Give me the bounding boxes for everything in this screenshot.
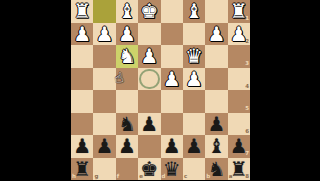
square-d4[interactable]: ♟: [161, 68, 183, 91]
video-frame: { "game": "chess", "position": "rn1qk2r/…: [0, 0, 320, 180]
square-e4[interactable]: [138, 68, 160, 91]
piece-white-king[interactable]: ♚: [140, 1, 158, 21]
square-c3[interactable]: ♛: [183, 45, 205, 68]
square-f1[interactable]: ♝: [116, 0, 138, 23]
square-b1[interactable]: [205, 0, 227, 23]
piece-black-king[interactable]: ♚: [140, 158, 158, 178]
square-g4[interactable]: [93, 68, 115, 91]
piece-black-rook[interactable]: ♜: [73, 158, 91, 178]
square-d3[interactable]: [161, 45, 183, 68]
square-c7[interactable]: ♟: [183, 135, 205, 158]
file-coordinate-label: g: [94, 174, 98, 180]
square-d6[interactable]: [161, 113, 183, 136]
chess-board[interactable]: ♜♝♚♝♜1♟♟♟♟♟2♞♟♛3♟♟45♞♟♟6♟♟♟♟♟♝♟7♜hgf♚e♛d…: [71, 0, 250, 180]
square-g6[interactable]: [93, 113, 115, 136]
square-g7[interactable]: ♟: [93, 135, 115, 158]
piece-white-pawn[interactable]: ♟: [96, 23, 114, 43]
square-h3[interactable]: [71, 45, 93, 68]
piece-white-pawn[interactable]: ♟: [207, 23, 225, 43]
piece-white-pawn[interactable]: ♟: [163, 68, 181, 88]
piece-black-queen[interactable]: ♛: [163, 158, 181, 178]
square-b3[interactable]: [205, 45, 227, 68]
square-g5[interactable]: [93, 90, 115, 113]
piece-black-knight[interactable]: ♞: [118, 113, 136, 133]
square-g8[interactable]: g: [93, 158, 115, 181]
move-target-circle: [139, 69, 159, 90]
square-e5[interactable]: [138, 90, 160, 113]
square-e2[interactable]: [138, 23, 160, 46]
square-e8[interactable]: ♚e: [138, 158, 160, 181]
square-c8[interactable]: c: [183, 158, 205, 181]
square-a1[interactable]: ♜1: [228, 0, 250, 23]
square-d8[interactable]: ♛d: [161, 158, 183, 181]
square-a2[interactable]: ♟2: [228, 23, 250, 46]
square-c6[interactable]: [183, 113, 205, 136]
square-b5[interactable]: [205, 90, 227, 113]
square-a5[interactable]: 5: [228, 90, 250, 113]
square-a4[interactable]: 4: [228, 68, 250, 91]
square-d2[interactable]: [161, 23, 183, 46]
piece-black-pawn[interactable]: ♟: [185, 136, 203, 156]
square-a8[interactable]: ♜8a: [228, 158, 250, 181]
square-h8[interactable]: ♜h: [71, 158, 93, 181]
piece-black-pawn[interactable]: ♟: [73, 136, 91, 156]
square-e1[interactable]: ♚: [138, 0, 160, 23]
square-c2[interactable]: [183, 23, 205, 46]
square-b7[interactable]: ♝: [205, 135, 227, 158]
square-f5[interactable]: [116, 90, 138, 113]
piece-black-pawn[interactable]: ♟: [230, 136, 248, 156]
square-e6[interactable]: ♟: [138, 113, 160, 136]
square-e7[interactable]: [138, 135, 160, 158]
square-b4[interactable]: [205, 68, 227, 91]
square-a6[interactable]: 6: [228, 113, 250, 136]
piece-black-pawn[interactable]: ♟: [140, 113, 158, 133]
piece-white-pawn[interactable]: ♟: [185, 68, 203, 88]
piece-white-rook[interactable]: ♜: [73, 1, 91, 21]
square-h2[interactable]: ♟: [71, 23, 93, 46]
square-h7[interactable]: ♟: [71, 135, 93, 158]
rank-coordinate-label: 4: [245, 84, 249, 90]
square-d1[interactable]: [161, 0, 183, 23]
piece-white-pawn[interactable]: ♟: [118, 23, 136, 43]
square-h1[interactable]: ♜: [71, 0, 93, 23]
square-d7[interactable]: ♟: [161, 135, 183, 158]
square-g3[interactable]: [93, 45, 115, 68]
piece-black-rook[interactable]: ♜: [230, 158, 248, 178]
piece-white-knight[interactable]: ♞: [118, 46, 136, 66]
square-a7[interactable]: ♟7: [228, 135, 250, 158]
square-b6[interactable]: ♟: [205, 113, 227, 136]
piece-white-pawn[interactable]: ♟: [140, 46, 158, 66]
piece-black-knight[interactable]: ♞: [207, 158, 225, 178]
square-f6[interactable]: ♞: [116, 113, 138, 136]
square-c4[interactable]: ♟: [183, 68, 205, 91]
piece-white-bishop[interactable]: ♝: [185, 1, 203, 21]
piece-black-pawn[interactable]: ♟: [118, 136, 136, 156]
rank-coordinate-label: 3: [245, 61, 249, 67]
square-e3[interactable]: ♟: [138, 45, 160, 68]
piece-white-pawn[interactable]: ♟: [230, 23, 248, 43]
square-g2[interactable]: ♟: [93, 23, 115, 46]
piece-white-queen[interactable]: ♛: [185, 46, 203, 66]
file-coordinate-label: c: [184, 174, 187, 180]
square-a3[interactable]: 3: [228, 45, 250, 68]
square-b2[interactable]: ♟: [205, 23, 227, 46]
square-b8[interactable]: ♞b: [205, 158, 227, 181]
square-h5[interactable]: [71, 90, 93, 113]
square-f4[interactable]: [116, 68, 138, 91]
piece-black-pawn[interactable]: ♟: [163, 136, 181, 156]
square-g1[interactable]: [93, 0, 115, 23]
square-h6[interactable]: [71, 113, 93, 136]
rank-coordinate-label: 5: [245, 106, 249, 112]
square-c1[interactable]: ♝: [183, 0, 205, 23]
square-f3[interactable]: ♞: [116, 45, 138, 68]
piece-white-bishop[interactable]: ♝: [118, 1, 136, 21]
square-h4[interactable]: [71, 68, 93, 91]
file-coordinate-label: f: [117, 174, 119, 180]
square-d5[interactable]: [161, 90, 183, 113]
piece-white-rook[interactable]: ♜: [230, 1, 248, 21]
square-c5[interactable]: [183, 90, 205, 113]
piece-black-pawn[interactable]: ♟: [96, 136, 114, 156]
piece-black-bishop[interactable]: ♝: [207, 136, 225, 156]
piece-white-pawn[interactable]: ♟: [73, 23, 91, 43]
square-f8[interactable]: f: [116, 158, 138, 181]
square-f2[interactable]: ♟: [116, 23, 138, 46]
piece-black-pawn[interactable]: ♟: [207, 113, 225, 133]
square-f7[interactable]: ♟: [116, 135, 138, 158]
